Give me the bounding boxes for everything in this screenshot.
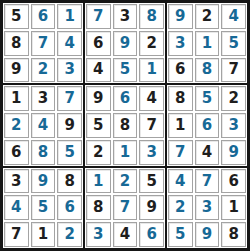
- sudoku-cell-r2c3[interactable]: 4: [57, 31, 82, 56]
- sudoku-cell-r6c6[interactable]: 3: [139, 140, 164, 165]
- sudoku-cell-r3c1[interactable]: 9: [4, 58, 29, 83]
- sudoku-cell-r2c9[interactable]: 5: [221, 31, 246, 56]
- sudoku-cell-r9c6[interactable]: 6: [139, 222, 164, 247]
- sudoku-cell-r4c8[interactable]: 5: [195, 86, 220, 111]
- sudoku-cell-r8c1[interactable]: 4: [4, 195, 29, 220]
- sudoku-cell-r5c4[interactable]: 5: [86, 113, 111, 138]
- sudoku-cell-r4c6[interactable]: 4: [139, 86, 164, 111]
- sudoku-cell-r2c1[interactable]: 8: [4, 31, 29, 56]
- sudoku-cell-r8c8[interactable]: 3: [195, 195, 220, 220]
- sudoku-cell-r5c2[interactable]: 4: [31, 113, 56, 138]
- sudoku-cell-r5c1[interactable]: 2: [4, 113, 29, 138]
- sudoku-cell-r9c3[interactable]: 2: [57, 222, 82, 247]
- sudoku-cell-r7c8[interactable]: 7: [195, 169, 220, 194]
- sudoku-cell-r2c5[interactable]: 9: [113, 31, 138, 56]
- sudoku-cell-r1c6[interactable]: 8: [139, 4, 164, 29]
- sudoku-cell-r3c3[interactable]: 3: [57, 58, 82, 83]
- sudoku-cell-r3c9[interactable]: 7: [221, 58, 246, 83]
- sudoku-cell-r2c8[interactable]: 1: [195, 31, 220, 56]
- sudoku-cell-r9c8[interactable]: 9: [195, 222, 220, 247]
- sudoku-cell-r2c7[interactable]: 3: [168, 31, 193, 56]
- sudoku-cell-r1c3[interactable]: 1: [57, 4, 82, 29]
- sudoku-box-r1c2: 852163749: [167, 85, 247, 165]
- sudoku-box-r1c0: 137249685: [3, 85, 83, 165]
- sudoku-cell-r4c4[interactable]: 9: [86, 86, 111, 111]
- sudoku-cell-r1c4[interactable]: 7: [86, 4, 111, 29]
- sudoku-cell-r1c7[interactable]: 9: [168, 4, 193, 29]
- sudoku-cell-r6c5[interactable]: 1: [113, 140, 138, 165]
- sudoku-cell-r1c9[interactable]: 4: [221, 4, 246, 29]
- sudoku-cell-r2c2[interactable]: 7: [31, 31, 56, 56]
- sudoku-cell-r1c5[interactable]: 3: [113, 4, 138, 29]
- sudoku-cell-r8c7[interactable]: 2: [168, 195, 193, 220]
- sudoku-cell-r4c2[interactable]: 3: [31, 86, 56, 111]
- sudoku-cell-r7c4[interactable]: 1: [86, 169, 111, 194]
- sudoku-box-r0c0: 561874923: [3, 3, 83, 83]
- sudoku-cell-r2c6[interactable]: 2: [139, 31, 164, 56]
- sudoku-cell-r7c5[interactable]: 2: [113, 169, 138, 194]
- sudoku-cell-r5c7[interactable]: 1: [168, 113, 193, 138]
- sudoku-cell-r9c2[interactable]: 1: [31, 222, 56, 247]
- sudoku-cell-r8c3[interactable]: 6: [57, 195, 82, 220]
- sudoku-cell-r7c6[interactable]: 5: [139, 169, 164, 194]
- sudoku-cell-r3c8[interactable]: 8: [195, 58, 220, 83]
- sudoku-cell-r2c4[interactable]: 6: [86, 31, 111, 56]
- sudoku-cell-r9c1[interactable]: 7: [4, 222, 29, 247]
- sudoku-box-r2c1: 125879346: [85, 168, 165, 248]
- sudoku-cell-r3c5[interactable]: 5: [113, 58, 138, 83]
- sudoku-cell-r8c6[interactable]: 9: [139, 195, 164, 220]
- sudoku-cell-r6c9[interactable]: 9: [221, 140, 246, 165]
- sudoku-cell-r7c7[interactable]: 4: [168, 169, 193, 194]
- sudoku-cell-r4c9[interactable]: 2: [221, 86, 246, 111]
- sudoku-cell-r1c2[interactable]: 6: [31, 4, 56, 29]
- sudoku-cell-r6c8[interactable]: 4: [195, 140, 220, 165]
- sudoku-cell-r5c3[interactable]: 9: [57, 113, 82, 138]
- sudoku-box-r0c2: 924315687: [167, 3, 247, 83]
- sudoku-cell-r6c4[interactable]: 2: [86, 140, 111, 165]
- sudoku-cell-r5c5[interactable]: 8: [113, 113, 138, 138]
- sudoku-cell-r1c8[interactable]: 2: [195, 4, 220, 29]
- sudoku-cell-r6c1[interactable]: 6: [4, 140, 29, 165]
- sudoku-cell-r4c3[interactable]: 7: [57, 86, 82, 111]
- sudoku-cell-r8c4[interactable]: 8: [86, 195, 111, 220]
- sudoku-cell-r3c6[interactable]: 1: [139, 58, 164, 83]
- sudoku-box-r2c0: 398456712: [3, 168, 83, 248]
- sudoku-cell-r9c7[interactable]: 5: [168, 222, 193, 247]
- sudoku-box-r1c1: 964587213: [85, 85, 165, 165]
- sudoku-box-r2c2: 476231598: [167, 168, 247, 248]
- sudoku-cell-r5c8[interactable]: 6: [195, 113, 220, 138]
- sudoku-cell-r5c6[interactable]: 7: [139, 113, 164, 138]
- sudoku-cell-r9c9[interactable]: 8: [221, 222, 246, 247]
- sudoku-board: 5618749237386924519243156871372496859645…: [0, 0, 250, 251]
- sudoku-cell-r7c9[interactable]: 6: [221, 169, 246, 194]
- sudoku-cell-r8c9[interactable]: 1: [221, 195, 246, 220]
- sudoku-cell-r9c4[interactable]: 3: [86, 222, 111, 247]
- sudoku-cell-r7c2[interactable]: 9: [31, 169, 56, 194]
- sudoku-cell-r8c2[interactable]: 5: [31, 195, 56, 220]
- sudoku-cell-r5c9[interactable]: 3: [221, 113, 246, 138]
- sudoku-cell-r8c5[interactable]: 7: [113, 195, 138, 220]
- sudoku-cell-r3c7[interactable]: 6: [168, 58, 193, 83]
- sudoku-cell-r9c5[interactable]: 4: [113, 222, 138, 247]
- sudoku-cell-r3c2[interactable]: 2: [31, 58, 56, 83]
- sudoku-cell-r6c2[interactable]: 8: [31, 140, 56, 165]
- sudoku-cell-r4c1[interactable]: 1: [4, 86, 29, 111]
- sudoku-cell-r7c3[interactable]: 8: [57, 169, 82, 194]
- sudoku-cell-r4c7[interactable]: 8: [168, 86, 193, 111]
- sudoku-cell-r7c1[interactable]: 3: [4, 169, 29, 194]
- sudoku-cell-r1c1[interactable]: 5: [4, 4, 29, 29]
- sudoku-box-r0c1: 738692451: [85, 3, 165, 83]
- sudoku-cell-r6c3[interactable]: 5: [57, 140, 82, 165]
- sudoku-cell-r6c7[interactable]: 7: [168, 140, 193, 165]
- sudoku-cell-r3c4[interactable]: 4: [86, 58, 111, 83]
- sudoku-cell-r4c5[interactable]: 6: [113, 86, 138, 111]
